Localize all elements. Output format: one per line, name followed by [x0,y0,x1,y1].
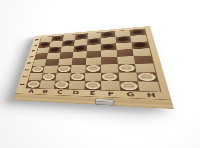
light-piece[interactable]: ⛀ [42,73,55,80]
photo-background: ⛂⛂⛂⛂⛂⛂⛂⛂⛂⛂⛂⛂⛀⛀⛀⛀⛀⛀⛀⛀⛀⛀⛀⛀ 87654321 ABCDEF… [0,0,200,148]
square-g2[interactable] [118,72,137,81]
square-c2[interactable] [55,73,71,81]
light-piece[interactable]: ⛀ [57,66,70,73]
square-h1[interactable] [138,81,161,91]
square-e1[interactable]: ⛀ [84,81,101,90]
square-g1[interactable]: ⛀ [119,81,139,91]
hinge [95,98,115,105]
square-e3[interactable]: ⛀ [85,65,101,73]
light-piece[interactable]: ⛀ [137,73,156,81]
square-c3[interactable]: ⛀ [56,65,71,73]
light-piece[interactable]: ⛀ [118,64,135,72]
light-piece[interactable]: ⛀ [54,81,68,89]
square-h2[interactable]: ⛀ [136,72,158,81]
light-piece[interactable]: ⛀ [102,73,118,81]
light-piece[interactable]: ⛀ [120,82,138,91]
light-piece[interactable]: ⛀ [27,81,41,88]
board-top-face: ⛂⛂⛂⛂⛂⛂⛂⛂⛂⛂⛂⛂⛀⛀⛀⛀⛀⛀⛀⛀⛀⛀⛀⛀ 87654321 ABCDEF… [15,26,171,100]
square-e2[interactable] [85,72,101,80]
square-g3[interactable]: ⛀ [117,64,136,72]
square-c1[interactable]: ⛀ [53,80,69,89]
square-f3[interactable] [101,64,118,72]
light-piece[interactable]: ⛀ [31,66,44,72]
playing-field: ⛂⛂⛂⛂⛂⛂⛂⛂⛂⛂⛂⛂⛀⛀⛀⛀⛀⛀⛀⛀⛀⛀⛀⛀ [25,28,161,92]
checkers-board: ⛂⛂⛂⛂⛂⛂⛂⛂⛂⛂⛂⛂⛀⛀⛀⛀⛀⛀⛀⛀⛀⛀⛀⛀ 87654321 ABCDEF… [13,26,174,109]
square-f2[interactable]: ⛀ [101,72,119,81]
light-piece[interactable]: ⛀ [85,81,100,89]
square-f1[interactable] [101,81,119,91]
square-h3[interactable] [135,64,156,73]
light-piece[interactable]: ⛀ [86,65,100,72]
square-d3[interactable] [70,65,85,73]
light-piece[interactable]: ⛀ [70,73,84,80]
square-d1[interactable] [68,81,85,90]
square-d2[interactable]: ⛀ [69,73,85,81]
